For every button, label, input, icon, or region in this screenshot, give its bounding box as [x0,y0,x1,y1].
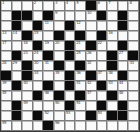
clue-number: 36 [76,71,80,75]
clue-number: 48 [119,91,123,95]
clue-number: 11 [44,21,48,25]
cell-5-2[interactable] [12,41,23,51]
cell-10-1[interactable]: 45 [1,91,12,101]
cell-4-12[interactable] [118,31,129,41]
clue-number: 32 [87,61,91,65]
cell-1-10[interactable]: 6 [97,1,108,11]
cell-11-11[interactable] [107,101,118,111]
cell-8-10[interactable]: 37 [97,71,108,81]
cell-13-9[interactable] [86,121,97,131]
cell-1-12[interactable] [118,1,129,11]
cell-11-13[interactable] [128,101,139,111]
black-cell-10-4 [33,91,44,101]
cell-4-9[interactable] [86,31,97,41]
cell-1-1[interactable]: 1 [1,1,12,11]
cell-6-8[interactable]: 25 [75,51,86,61]
cell-11-4[interactable] [33,101,44,111]
cell-12-3[interactable] [22,111,33,121]
cell-3-10[interactable] [97,21,108,31]
cell-13-7[interactable] [65,121,76,131]
black-cell-3-12 [118,21,129,31]
clue-number: 35 [55,71,59,75]
cell-10-12[interactable]: 48 [118,91,129,101]
clue-number: 3 [55,1,57,5]
clue-number: 9 [55,11,57,15]
cell-2-13[interactable] [128,11,139,21]
cell-3-5[interactable]: 11 [43,21,54,31]
clue-number: 29 [13,61,17,65]
cell-1-7[interactable]: 4 [65,1,76,11]
clue-number: 43 [108,81,112,85]
cell-9-3[interactable]: 40 [22,81,33,91]
cell-11-8[interactable]: 51 [75,101,86,111]
cell-3-9[interactable] [86,21,97,31]
clue-number: 49 [23,101,27,105]
clue-number: 40 [23,81,27,85]
cell-6-6[interactable] [54,51,65,61]
black-cell-5-7 [65,41,76,51]
black-cell-12-12 [118,111,129,121]
clue-number: 27 [119,51,123,55]
clue-number: 56 [55,121,59,125]
cell-13-6[interactable]: 56 [54,121,65,131]
clue-number: 18 [23,41,27,45]
cell-10-9[interactable]: 47 [86,91,97,101]
cell-12-13[interactable] [128,111,139,121]
black-cell-2-2 [12,11,23,21]
clue-number: 5 [76,1,78,5]
clue-number: 50 [55,101,59,105]
clue-number: 13 [2,31,6,35]
cell-4-7[interactable] [65,31,76,41]
cell-11-6[interactable]: 50 [54,101,65,111]
clue-number: 30 [34,61,38,65]
cell-1-4[interactable]: 2 [33,1,44,11]
cell-10-2[interactable] [12,91,23,101]
clue-number: 19 [44,41,48,45]
cell-10-7[interactable] [65,91,76,101]
black-cell-11-2 [12,101,23,111]
cell-13-1[interactable]: 55 [1,121,12,131]
cell-8-6[interactable]: 35 [54,71,65,81]
cell-6-10[interactable] [97,51,108,61]
clue-number: 46 [44,91,48,95]
cell-1-5[interactable] [43,1,54,11]
clue-number: 25 [76,51,80,55]
cell-13-3[interactable] [22,121,33,131]
clue-number: 22 [98,41,102,45]
cell-2-9[interactable]: 10 [86,11,97,21]
black-cell-2-3 [22,11,33,21]
black-cell-2-12 [118,11,129,21]
cell-12-7[interactable]: 53 [65,111,76,121]
black-cell-3-7 [65,21,76,31]
cell-13-10[interactable] [97,121,108,131]
clue-number: 6 [98,1,100,5]
cell-5-10[interactable]: 22 [97,41,108,51]
cell-4-4[interactable]: 15 [33,31,44,41]
cell-13-4[interactable] [33,121,44,131]
cell-5-13[interactable] [128,41,139,51]
cell-9-4[interactable] [33,81,44,91]
cell-1-13[interactable]: 8 [128,1,139,11]
cell-8-4[interactable]: 34 [33,71,44,81]
cell-3-6[interactable] [54,21,65,31]
clue-number: 42 [87,81,91,85]
clue-number: 45 [2,91,6,95]
black-cell-2-10 [97,11,108,21]
cell-10-5[interactable]: 46 [43,91,54,101]
crossword-grid: 1234567891011121314151617181920212223242… [0,0,140,132]
cell-8-2[interactable] [12,71,23,81]
cell-12-10[interactable]: 54 [97,111,108,121]
clue-number: 34 [34,71,38,75]
cell-3-3[interactable] [22,21,33,31]
clue-number: 23 [23,51,27,55]
cell-4-11[interactable]: 16 [107,31,118,41]
black-cell-12-2 [12,111,23,121]
clue-number: 51 [76,101,80,105]
cell-7-13[interactable]: 33 [128,61,139,71]
black-cell-6-11 [107,51,118,61]
black-cell-10-11 [107,91,118,101]
cell-2-11[interactable] [107,11,118,21]
cell-13-12[interactable] [118,121,129,131]
cell-11-9[interactable] [86,101,97,111]
black-cell-6-7 [65,51,76,61]
clue-number: 20 [55,41,59,45]
cell-13-13[interactable] [128,121,139,131]
cell-4-13[interactable] [128,31,139,41]
cell-5-6[interactable]: 20 [54,41,65,51]
cell-9-11[interactable]: 43 [107,81,118,91]
clue-number: 53 [66,111,70,115]
clue-number: 21 [76,41,80,45]
cell-4-2[interactable]: 14 [12,31,23,41]
cell-2-4[interactable] [33,11,44,21]
cell-13-8[interactable] [75,121,86,131]
clue-number: 10 [87,11,91,15]
cell-10-10[interactable] [97,91,108,101]
clue-number: 31 [44,61,48,65]
cell-3-8[interactable]: 12 [75,21,86,31]
cell-9-6[interactable] [54,81,65,91]
cell-6-12[interactable]: 27 [118,51,129,61]
cell-11-3[interactable]: 49 [22,101,33,111]
cell-9-13[interactable] [128,81,139,91]
cell-1-3[interactable] [22,1,33,11]
cell-12-5[interactable]: 52 [43,111,54,121]
cell-5-11[interactable] [107,41,118,51]
clue-number: 8 [129,1,131,5]
cell-8-5[interactable] [43,71,54,81]
clue-number: 28 [2,61,6,65]
cell-13-11[interactable] [107,121,118,131]
cell-10-13[interactable] [128,91,139,101]
black-cell-13-5 [43,121,54,131]
clue-number: 41 [76,81,80,85]
cell-11-1[interactable] [1,101,12,111]
cell-7-9[interactable]: 32 [86,61,97,71]
cell-1-8[interactable]: 5 [75,1,86,11]
cell-7-1[interactable]: 28 [1,61,12,71]
cell-5-5[interactable]: 19 [43,41,54,51]
clue-number: 15 [34,31,38,35]
cell-2-1[interactable] [1,11,12,21]
clue-number: 37 [98,71,102,75]
clue-number: 14 [13,31,17,35]
clue-number: 26 [87,51,91,55]
clue-number: 17 [2,41,6,45]
clue-number: 24 [34,51,38,55]
cell-3-13[interactable] [128,21,139,31]
black-cell-12-4 [33,111,44,121]
cell-7-5[interactable]: 31 [43,61,54,71]
cell-6-3[interactable]: 23 [22,51,33,61]
clue-number: 7 [108,1,110,5]
cell-5-1[interactable]: 17 [1,41,12,51]
clue-number: 1 [2,1,4,5]
clue-number: 54 [98,111,102,115]
cell-2-6[interactable]: 9 [54,11,65,21]
cell-2-7[interactable] [65,11,76,21]
cell-1-11[interactable]: 7 [107,1,118,11]
black-cell-9-2 [12,81,23,91]
clue-number: 44 [119,81,123,85]
clue-number: 55 [2,121,6,125]
black-cell-7-3 [22,61,33,71]
cell-7-2[interactable]: 29 [12,61,23,71]
clue-number: 38 [108,71,112,75]
clue-number: 39 [2,81,6,85]
cell-13-2[interactable] [12,121,23,131]
black-cell-9-10 [97,81,108,91]
clue-number: 16 [108,31,112,35]
clue-number: 12 [76,21,80,25]
cell-1-2[interactable] [12,1,23,11]
black-cell-12-9 [86,111,97,121]
cell-7-7[interactable] [65,61,76,71]
clue-number: 2 [34,1,36,5]
cell-8-13[interactable] [128,71,139,81]
black-cell-8-7 [65,71,76,81]
cell-12-8[interactable] [75,111,86,121]
clue-number: 52 [44,111,48,115]
black-cell-12-11 [107,111,118,121]
black-cell-11-12 [118,101,129,111]
clue-number: 33 [129,61,133,65]
clue-number: 47 [87,91,91,95]
black-cell-9-7 [65,81,76,91]
cell-9-8[interactable]: 41 [75,81,86,91]
cell-7-12[interactable] [118,61,129,71]
clue-number: 4 [66,1,68,5]
